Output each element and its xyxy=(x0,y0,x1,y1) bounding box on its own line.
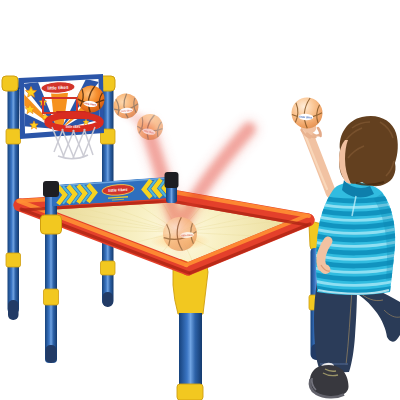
product-photo: little tikes little tikes xyxy=(0,0,400,400)
table-leg-front xyxy=(179,313,202,388)
net-post-left-tip xyxy=(46,345,57,363)
stand-elbow-left xyxy=(2,76,18,91)
net-post-left-tee xyxy=(41,215,62,234)
child-head xyxy=(339,116,398,186)
svg-text:little tikes: little tikes xyxy=(299,115,313,120)
child-hair xyxy=(339,116,398,186)
net-post-left-band xyxy=(44,289,59,305)
rim-label: little tikes xyxy=(66,125,81,129)
ball-in-hand: little tikes xyxy=(291,97,324,130)
table-leg-front-foot xyxy=(177,384,203,400)
net-clip-right xyxy=(165,172,179,188)
stand-pole-left xyxy=(8,84,20,314)
net-clip-left xyxy=(43,181,59,197)
net-post-left xyxy=(45,183,57,363)
stand-pole-left-tip xyxy=(8,300,19,320)
child xyxy=(303,116,400,397)
stand-pole-right-tip xyxy=(103,292,114,307)
child-shirt xyxy=(312,180,398,295)
